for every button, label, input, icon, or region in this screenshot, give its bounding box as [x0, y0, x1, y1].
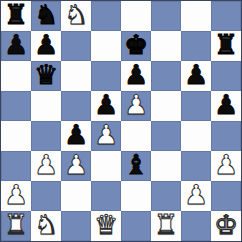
square-a2[interactable]: ♟ [1, 181, 31, 211]
square-b8[interactable]: ♞ [31, 1, 61, 31]
square-a4[interactable] [1, 121, 31, 151]
square-b3[interactable]: ♟ [31, 151, 61, 181]
square-g5[interactable] [181, 91, 211, 121]
square-g1[interactable] [181, 211, 211, 241]
black-pawn-d5[interactable]: ♟ [94, 91, 118, 120]
square-d6[interactable] [91, 61, 121, 91]
square-a8[interactable]: ♜ [1, 1, 31, 31]
white-pawn-h3[interactable]: ♟ [214, 151, 238, 180]
white-knight-b1[interactable]: ♞ [34, 211, 58, 240]
black-pawn-g6[interactable]: ♟ [184, 61, 208, 90]
square-d1[interactable]: ♛ [91, 211, 121, 241]
square-h6[interactable] [211, 61, 241, 91]
square-a7[interactable]: ♟ [1, 31, 31, 61]
white-pawn-b3[interactable]: ♟ [34, 151, 58, 180]
square-h8[interactable] [211, 1, 241, 31]
square-b2[interactable] [31, 181, 61, 211]
white-king-h1[interactable]: ♚ [214, 211, 238, 240]
square-b7[interactable]: ♟ [31, 31, 61, 61]
black-queen-b6[interactable]: ♛ [34, 61, 58, 90]
square-g4[interactable] [181, 121, 211, 151]
square-f5[interactable] [151, 91, 181, 121]
square-e1[interactable] [121, 211, 151, 241]
square-c3[interactable]: ♟ [61, 151, 91, 181]
square-d2[interactable] [91, 181, 121, 211]
white-rook-f1[interactable]: ♜ [154, 211, 178, 240]
black-pawn-c4[interactable]: ♟ [64, 121, 88, 150]
square-c1[interactable] [61, 211, 91, 241]
black-rook-a8[interactable]: ♜ [4, 1, 28, 30]
white-queen-d1[interactable]: ♛ [94, 211, 118, 240]
square-h3[interactable]: ♟ [211, 151, 241, 181]
square-h5[interactable]: ♟ [211, 91, 241, 121]
black-knight-b8[interactable]: ♞ [34, 1, 58, 30]
square-h7[interactable]: ♜ [211, 31, 241, 61]
square-f1[interactable]: ♜ [151, 211, 181, 241]
square-e4[interactable] [121, 121, 151, 151]
square-c7[interactable] [61, 31, 91, 61]
black-pawn-b7[interactable]: ♟ [34, 31, 58, 60]
square-f6[interactable] [151, 61, 181, 91]
square-h1[interactable]: ♚ [211, 211, 241, 241]
square-e5[interactable]: ♟ [121, 91, 151, 121]
square-a3[interactable] [1, 151, 31, 181]
square-f8[interactable] [151, 1, 181, 31]
square-a5[interactable] [1, 91, 31, 121]
square-e8[interactable] [121, 1, 151, 31]
white-pawn-e5[interactable]: ♟ [124, 91, 148, 120]
square-c4[interactable]: ♟ [61, 121, 91, 151]
square-h4[interactable] [211, 121, 241, 151]
black-king-e7[interactable]: ♚ [124, 31, 148, 60]
black-pawn-e6[interactable]: ♟ [124, 61, 148, 90]
white-pawn-g2[interactable]: ♟ [184, 181, 208, 210]
square-e6[interactable]: ♟ [121, 61, 151, 91]
white-pawn-d4[interactable]: ♟ [94, 121, 118, 150]
square-d8[interactable] [91, 1, 121, 31]
square-f3[interactable] [151, 151, 181, 181]
square-d5[interactable]: ♟ [91, 91, 121, 121]
chess-board: ♜♞♞♟♟♚♜♛♟♟♟♟♟♟♟♟♟♝♟♟♟♜♞♛♜♚ [0, 0, 242, 242]
white-pawn-c3[interactable]: ♟ [64, 151, 88, 180]
square-e7[interactable]: ♚ [121, 31, 151, 61]
white-pawn-a2[interactable]: ♟ [4, 181, 28, 210]
square-f4[interactable] [151, 121, 181, 151]
square-e3[interactable]: ♝ [121, 151, 151, 181]
square-c8[interactable]: ♞ [61, 1, 91, 31]
square-h2[interactable] [211, 181, 241, 211]
square-b1[interactable]: ♞ [31, 211, 61, 241]
square-c5[interactable] [61, 91, 91, 121]
black-pawn-a7[interactable]: ♟ [4, 31, 28, 60]
square-c6[interactable] [61, 61, 91, 91]
square-e2[interactable] [121, 181, 151, 211]
black-bishop-e3[interactable]: ♝ [124, 151, 148, 180]
white-knight-c8[interactable]: ♞ [64, 1, 88, 30]
square-b5[interactable] [31, 91, 61, 121]
square-d3[interactable] [91, 151, 121, 181]
square-d4[interactable]: ♟ [91, 121, 121, 151]
square-g3[interactable] [181, 151, 211, 181]
square-f2[interactable] [151, 181, 181, 211]
square-g8[interactable] [181, 1, 211, 31]
square-b4[interactable] [31, 121, 61, 151]
square-b6[interactable]: ♛ [31, 61, 61, 91]
black-rook-h7[interactable]: ♜ [214, 31, 238, 60]
square-c2[interactable] [61, 181, 91, 211]
square-a1[interactable]: ♜ [1, 211, 31, 241]
square-d7[interactable] [91, 31, 121, 61]
white-rook-a1[interactable]: ♜ [4, 211, 28, 240]
square-g2[interactable]: ♟ [181, 181, 211, 211]
square-f7[interactable] [151, 31, 181, 61]
black-pawn-h5[interactable]: ♟ [214, 91, 238, 120]
square-a6[interactable] [1, 61, 31, 91]
square-g6[interactable]: ♟ [181, 61, 211, 91]
square-g7[interactable] [181, 31, 211, 61]
